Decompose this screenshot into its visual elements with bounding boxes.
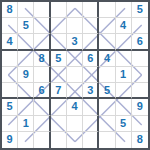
given-digit: 4 (7, 36, 13, 47)
given-digit: 4 (104, 53, 110, 64)
cell-r3c6[interactable] (83, 34, 99, 50)
given-digit: 5 (104, 85, 110, 96)
cell-r2c5[interactable] (67, 18, 83, 34)
cell-r9c3[interactable] (34, 132, 50, 148)
cell-r7c1[interactable]: 5 (2, 99, 18, 115)
cell-r1c5[interactable] (67, 2, 83, 18)
cell-r8c2[interactable]: 1 (18, 116, 34, 132)
given-digit: 5 (120, 118, 126, 129)
sudoku-board: 855443685649167355491598 (0, 0, 150, 150)
given-digit: 4 (71, 101, 77, 112)
cell-r2c9[interactable] (132, 18, 148, 34)
cell-r6c6[interactable]: 3 (83, 83, 99, 99)
given-digit: 5 (7, 101, 13, 112)
given-digit: 6 (137, 36, 143, 47)
cell-r7c7[interactable] (99, 99, 115, 115)
cell-r2c6[interactable] (83, 18, 99, 34)
given-digit: 9 (23, 69, 29, 80)
given-digit: 5 (55, 53, 61, 64)
cell-r4c1[interactable] (2, 51, 18, 67)
cell-r9c5[interactable] (67, 132, 83, 148)
cell-r8c3[interactable] (34, 116, 50, 132)
cell-r5c8[interactable]: 1 (116, 67, 132, 83)
cell-r6c8[interactable] (116, 83, 132, 99)
cell-r6c9[interactable] (132, 83, 148, 99)
cell-r4c5[interactable] (67, 51, 83, 67)
cell-r6c2[interactable] (18, 83, 34, 99)
cell-r4c7[interactable]: 4 (99, 51, 115, 67)
cell-r4c2[interactable] (18, 51, 34, 67)
cell-r3c7[interactable] (99, 34, 115, 50)
given-digit: 7 (55, 85, 61, 96)
given-digit: 6 (38, 85, 44, 96)
cell-r5c4[interactable] (51, 67, 67, 83)
cell-r3c1[interactable]: 4 (2, 34, 18, 50)
cell-r6c7[interactable]: 5 (99, 83, 115, 99)
cell-r4c4[interactable]: 5 (51, 51, 67, 67)
cell-r8c8[interactable]: 5 (116, 116, 132, 132)
cell-r4c6[interactable]: 6 (83, 51, 99, 67)
cell-r9c2[interactable] (18, 132, 34, 148)
cell-r2c8[interactable]: 4 (116, 18, 132, 34)
cell-r4c9[interactable] (132, 51, 148, 67)
cell-r3c8[interactable] (116, 34, 132, 50)
cell-r9c1[interactable]: 9 (2, 132, 18, 148)
cell-r6c5[interactable] (67, 83, 83, 99)
cell-r5c7[interactable] (99, 67, 115, 83)
cell-r3c9[interactable]: 6 (132, 34, 148, 50)
given-digit: 9 (7, 134, 13, 145)
cell-r9c8[interactable] (116, 132, 132, 148)
given-digit: 3 (87, 85, 93, 96)
cell-r7c6[interactable] (83, 99, 99, 115)
cell-r1c7[interactable] (99, 2, 115, 18)
given-digit: 6 (87, 53, 93, 64)
cell-r2c3[interactable] (34, 18, 50, 34)
cell-r9c7[interactable] (99, 132, 115, 148)
cell-r7c2[interactable] (18, 99, 34, 115)
cell-r3c4[interactable] (51, 34, 67, 50)
cell-r5c2[interactable]: 9 (18, 67, 34, 83)
cell-r6c1[interactable] (2, 83, 18, 99)
cell-r5c9[interactable] (132, 67, 148, 83)
cell-r7c8[interactable] (116, 99, 132, 115)
cell-r7c4[interactable] (51, 99, 67, 115)
given-digit: 8 (137, 134, 143, 145)
cell-r9c6[interactable] (83, 132, 99, 148)
cell-r5c6[interactable] (83, 67, 99, 83)
given-digit: 8 (7, 4, 13, 15)
cell-r1c2[interactable] (18, 2, 34, 18)
cell-r3c5[interactable]: 3 (67, 34, 83, 50)
cell-r9c4[interactable] (51, 132, 67, 148)
cell-r8c4[interactable] (51, 116, 67, 132)
cell-r4c8[interactable] (116, 51, 132, 67)
cell-r1c6[interactable] (83, 2, 99, 18)
given-digit: 3 (71, 36, 77, 47)
cell-r1c3[interactable] (34, 2, 50, 18)
given-digit: 8 (38, 53, 44, 64)
sudoku-grid: 855443685649167355491598 (0, 0, 150, 150)
cell-r3c2[interactable] (18, 34, 34, 50)
cell-r5c1[interactable] (2, 67, 18, 83)
cell-r7c3[interactable] (34, 99, 50, 115)
given-digit: 4 (120, 20, 126, 31)
cell-r5c3[interactable] (34, 67, 50, 83)
given-digit: 9 (137, 101, 143, 112)
given-digit: 5 (23, 20, 29, 31)
cell-r1c8[interactable] (116, 2, 132, 18)
cell-r7c9[interactable]: 9 (132, 99, 148, 115)
cell-r8c6[interactable] (83, 116, 99, 132)
cell-r1c1[interactable]: 8 (2, 2, 18, 18)
cell-r1c4[interactable] (51, 2, 67, 18)
cell-r8c9[interactable] (132, 116, 148, 132)
cell-r8c5[interactable] (67, 116, 83, 132)
given-digit: 5 (137, 4, 143, 15)
cell-r2c7[interactable] (99, 18, 115, 34)
cell-r6c4[interactable]: 7 (51, 83, 67, 99)
cell-r6c3[interactable]: 6 (34, 83, 50, 99)
cell-r9c9[interactable]: 8 (132, 132, 148, 148)
cell-r3c3[interactable] (34, 34, 50, 50)
given-digit: 1 (23, 118, 29, 129)
given-digit: 1 (120, 69, 126, 80)
cell-r1c9[interactable]: 5 (132, 2, 148, 18)
cell-r7c5[interactable]: 4 (67, 99, 83, 115)
cell-r8c1[interactable] (2, 116, 18, 132)
cell-r2c2[interactable]: 5 (18, 18, 34, 34)
cell-r2c4[interactable] (51, 18, 67, 34)
cell-r5c5[interactable] (67, 67, 83, 83)
cell-r2c1[interactable] (2, 18, 18, 34)
cell-r8c7[interactable] (99, 116, 115, 132)
cell-r4c3[interactable]: 8 (34, 51, 50, 67)
